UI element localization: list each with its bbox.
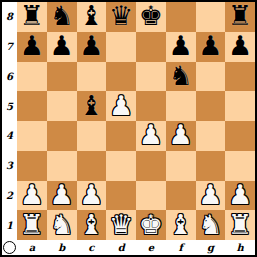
white-pawn-icon: ♟ — [139, 121, 163, 148]
file-label-h: h — [225, 240, 255, 255]
rank-label-7: 7 — [2, 32, 17, 62]
square-d1[interactable]: ♛ — [106, 210, 136, 240]
white-pawn-icon: ♟ — [79, 181, 103, 208]
square-a4[interactable] — [17, 121, 47, 151]
square-e3[interactable] — [136, 151, 166, 181]
square-e2[interactable] — [136, 181, 166, 211]
square-c3[interactable] — [77, 151, 107, 181]
file-label-g: g — [196, 240, 226, 255]
square-a3[interactable] — [17, 151, 47, 181]
chessboard[interactable]: ♜♞♝♛♚♜♟♟♟♟♟♟♞♝♟♟♟♟♟♟♟♟♜♞♝♛♚♝♞♜ — [17, 2, 255, 240]
square-b7[interactable]: ♟ — [47, 32, 77, 62]
black-knight-icon: ♞ — [50, 2, 74, 29]
white-rook-icon: ♜ — [228, 211, 252, 238]
black-pawn-icon: ♟ — [50, 32, 74, 59]
square-c4[interactable] — [77, 121, 107, 151]
square-h7[interactable]: ♟ — [225, 32, 255, 62]
square-b1[interactable]: ♞ — [47, 210, 77, 240]
square-a5[interactable] — [17, 91, 47, 121]
rank-label-4: 4 — [2, 121, 17, 151]
square-g8[interactable] — [196, 2, 226, 32]
turn-indicator-cell — [2, 240, 17, 255]
square-c5[interactable]: ♝ — [77, 91, 107, 121]
square-f5[interactable] — [166, 91, 196, 121]
square-f7[interactable]: ♟ — [166, 32, 196, 62]
file-label-f: f — [166, 240, 196, 255]
white-pawn-icon: ♟ — [20, 181, 44, 208]
white-bishop-icon: ♝ — [79, 211, 103, 238]
black-knight-icon: ♞ — [169, 62, 193, 89]
square-f6[interactable]: ♞ — [166, 62, 196, 92]
square-h8[interactable]: ♜ — [225, 2, 255, 32]
white-knight-icon: ♞ — [50, 211, 74, 238]
square-e4[interactable]: ♟ — [136, 121, 166, 151]
square-b8[interactable]: ♞ — [47, 2, 77, 32]
rank-label-6: 6 — [2, 62, 17, 92]
file-label-c: c — [77, 240, 107, 255]
square-f3[interactable] — [166, 151, 196, 181]
white-knight-icon: ♞ — [198, 211, 222, 238]
square-h3[interactable] — [225, 151, 255, 181]
black-pawn-icon: ♟ — [228, 32, 252, 59]
square-g7[interactable]: ♟ — [196, 32, 226, 62]
square-g4[interactable] — [196, 121, 226, 151]
black-rook-icon: ♜ — [20, 2, 44, 29]
square-a7[interactable]: ♟ — [17, 32, 47, 62]
square-a2[interactable]: ♟ — [17, 181, 47, 211]
square-g2[interactable]: ♟ — [196, 181, 226, 211]
square-d3[interactable] — [106, 151, 136, 181]
square-e5[interactable] — [136, 91, 166, 121]
white-pawn-icon: ♟ — [109, 92, 133, 119]
white-pawn-icon: ♟ — [228, 181, 252, 208]
square-a1[interactable]: ♜ — [17, 210, 47, 240]
white-bishop-icon: ♝ — [169, 211, 193, 238]
rank-label-3: 3 — [2, 151, 17, 181]
square-g3[interactable] — [196, 151, 226, 181]
black-king-icon: ♚ — [139, 2, 163, 29]
square-f4[interactable]: ♟ — [166, 121, 196, 151]
square-d7[interactable] — [106, 32, 136, 62]
square-e7[interactable] — [136, 32, 166, 62]
square-g6[interactable] — [196, 62, 226, 92]
square-a6[interactable] — [17, 62, 47, 92]
square-b2[interactable]: ♟ — [47, 181, 77, 211]
black-rook-icon: ♜ — [228, 2, 252, 29]
file-label-e: e — [136, 240, 166, 255]
rank-labels: 87654321 — [2, 2, 17, 240]
square-b5[interactable] — [47, 91, 77, 121]
square-h1[interactable]: ♜ — [225, 210, 255, 240]
square-b3[interactable] — [47, 151, 77, 181]
square-d5[interactable]: ♟ — [106, 91, 136, 121]
file-label-d: d — [106, 240, 136, 255]
square-h6[interactable] — [225, 62, 255, 92]
white-pawn-icon: ♟ — [50, 181, 74, 208]
white-queen-icon: ♛ — [109, 211, 133, 238]
square-f2[interactable] — [166, 181, 196, 211]
black-bishop-icon: ♝ — [79, 2, 103, 29]
black-queen-icon: ♛ — [109, 2, 133, 29]
square-c6[interactable] — [77, 62, 107, 92]
chessboard-layout: 87654321 ♜♞♝♛♚♜♟♟♟♟♟♟♞♝♟♟♟♟♟♟♟♟♜♞♝♛♚♝♞♜ … — [2, 2, 255, 255]
square-a8[interactable]: ♜ — [17, 2, 47, 32]
file-label-b: b — [47, 240, 77, 255]
square-d2[interactable] — [106, 181, 136, 211]
file-labels: abcdefgh — [17, 240, 255, 255]
black-pawn-icon: ♟ — [79, 32, 103, 59]
square-f8[interactable] — [166, 2, 196, 32]
square-d4[interactable] — [106, 121, 136, 151]
square-b6[interactable] — [47, 62, 77, 92]
square-d8[interactable]: ♛ — [106, 2, 136, 32]
rank-label-5: 5 — [2, 91, 17, 121]
square-g1[interactable]: ♞ — [196, 210, 226, 240]
white-pawn-icon: ♟ — [169, 121, 193, 148]
rank-label-1: 1 — [2, 210, 17, 240]
file-label-a: a — [17, 240, 47, 255]
white-rook-icon: ♜ — [20, 211, 44, 238]
turn-indicator — [3, 241, 16, 254]
square-c7[interactable]: ♟ — [77, 32, 107, 62]
square-e1[interactable]: ♚ — [136, 210, 166, 240]
square-h4[interactable] — [225, 121, 255, 151]
white-pawn-icon: ♟ — [198, 181, 222, 208]
square-e8[interactable]: ♚ — [136, 2, 166, 32]
white-king-icon: ♚ — [139, 211, 163, 238]
square-h2[interactable]: ♟ — [225, 181, 255, 211]
square-b4[interactable] — [47, 121, 77, 151]
black-bishop-icon: ♝ — [79, 92, 103, 119]
square-e6[interactable] — [136, 62, 166, 92]
square-c8[interactable]: ♝ — [77, 2, 107, 32]
square-c1[interactable]: ♝ — [77, 210, 107, 240]
black-pawn-icon: ♟ — [169, 32, 193, 59]
square-f1[interactable]: ♝ — [166, 210, 196, 240]
square-h5[interactable] — [225, 91, 255, 121]
board-frame: 87654321 ♜♞♝♛♚♜♟♟♟♟♟♟♞♝♟♟♟♟♟♟♟♟♜♞♝♛♚♝♞♜ … — [0, 0, 257, 257]
square-c2[interactable]: ♟ — [77, 181, 107, 211]
black-pawn-icon: ♟ — [198, 32, 222, 59]
rank-label-2: 2 — [2, 181, 17, 211]
rank-label-8: 8 — [2, 2, 17, 32]
square-g5[interactable] — [196, 91, 226, 121]
black-pawn-icon: ♟ — [20, 32, 44, 59]
square-d6[interactable] — [106, 62, 136, 92]
